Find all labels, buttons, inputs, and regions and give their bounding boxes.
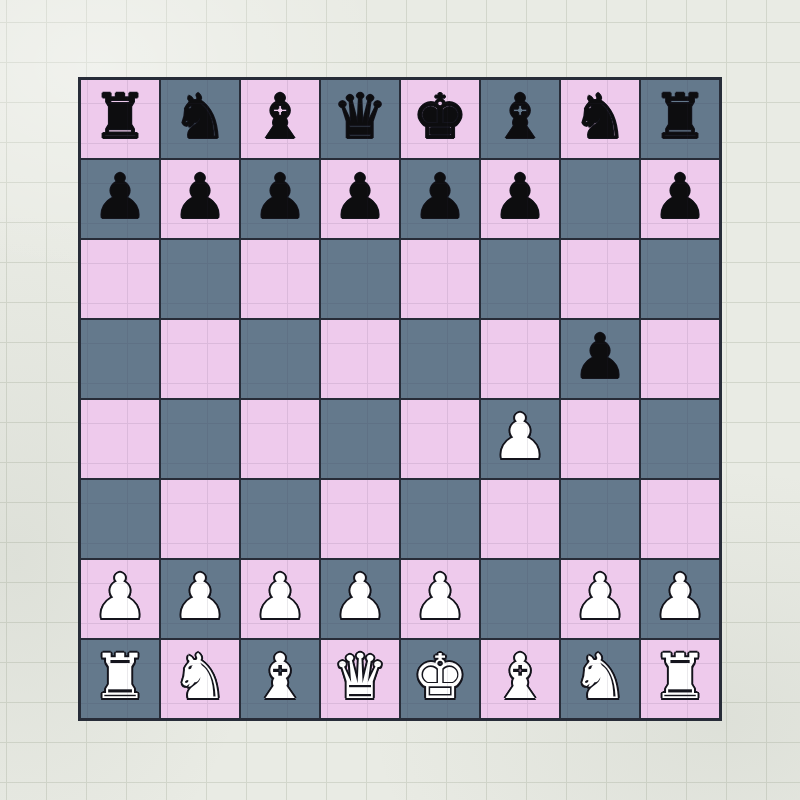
square-a5[interactable] xyxy=(81,320,159,398)
square-e4[interactable] xyxy=(401,400,479,478)
white-pawn-f4-icon[interactable]: ♟ xyxy=(492,406,548,468)
square-d4[interactable] xyxy=(321,400,399,478)
square-h5[interactable] xyxy=(641,320,719,398)
black-pawn-c7-icon[interactable]: ♟ xyxy=(252,166,308,228)
white-rook-h1-icon[interactable]: ♜ xyxy=(652,646,708,708)
square-b4[interactable] xyxy=(161,400,239,478)
square-g6[interactable] xyxy=(561,240,639,318)
square-g1[interactable]: ♞ xyxy=(561,640,639,718)
black-queen-d8-icon[interactable]: ♛ xyxy=(332,86,388,148)
square-c1[interactable]: ♝ xyxy=(241,640,319,718)
square-f6[interactable] xyxy=(481,240,559,318)
black-pawn-a7-icon[interactable]: ♟ xyxy=(92,166,148,228)
black-bishop-f8-icon[interactable]: ♝ xyxy=(492,86,548,148)
white-pawn-b2-icon[interactable]: ♟ xyxy=(172,566,228,628)
black-pawn-e7-icon[interactable]: ♟ xyxy=(412,166,468,228)
square-e6[interactable] xyxy=(401,240,479,318)
square-b2[interactable]: ♟ xyxy=(161,560,239,638)
white-pawn-h2-icon[interactable]: ♟ xyxy=(652,566,708,628)
white-bishop-c1-icon[interactable]: ♝ xyxy=(252,646,308,708)
square-a3[interactable] xyxy=(81,480,159,558)
white-bishop-f1-icon[interactable]: ♝ xyxy=(492,646,548,708)
square-e5[interactable] xyxy=(401,320,479,398)
square-a1[interactable]: ♜ xyxy=(81,640,159,718)
square-f8[interactable]: ♝ xyxy=(481,80,559,158)
square-h2[interactable]: ♟ xyxy=(641,560,719,638)
square-f4[interactable]: ♟ xyxy=(481,400,559,478)
square-f5[interactable] xyxy=(481,320,559,398)
white-rook-a1-icon[interactable]: ♜ xyxy=(92,646,148,708)
square-b6[interactable] xyxy=(161,240,239,318)
square-a8[interactable]: ♜ xyxy=(81,80,159,158)
black-bishop-c8-icon[interactable]: ♝ xyxy=(252,86,308,148)
square-b1[interactable]: ♞ xyxy=(161,640,239,718)
square-h6[interactable] xyxy=(641,240,719,318)
black-pawn-d7-icon[interactable]: ♟ xyxy=(332,166,388,228)
square-f1[interactable]: ♝ xyxy=(481,640,559,718)
white-king-e1-icon[interactable]: ♚ xyxy=(412,646,468,708)
square-g2[interactable]: ♟ xyxy=(561,560,639,638)
black-pawn-h7-icon[interactable]: ♟ xyxy=(652,166,708,228)
square-d8[interactable]: ♛ xyxy=(321,80,399,158)
square-g5[interactable]: ♟ xyxy=(561,320,639,398)
black-rook-h8-icon[interactable]: ♜ xyxy=(652,86,708,148)
square-b7[interactable]: ♟ xyxy=(161,160,239,238)
white-knight-g1-icon[interactable]: ♞ xyxy=(572,646,628,708)
black-knight-g8-icon[interactable]: ♞ xyxy=(572,86,628,148)
square-b3[interactable] xyxy=(161,480,239,558)
black-king-e8-icon[interactable]: ♚ xyxy=(412,86,468,148)
square-h7[interactable]: ♟ xyxy=(641,160,719,238)
square-a7[interactable]: ♟ xyxy=(81,160,159,238)
square-e3[interactable] xyxy=(401,480,479,558)
square-d3[interactable] xyxy=(321,480,399,558)
black-pawn-f7-icon[interactable]: ♟ xyxy=(492,166,548,228)
square-c4[interactable] xyxy=(241,400,319,478)
square-c8[interactable]: ♝ xyxy=(241,80,319,158)
black-knight-b8-icon[interactable]: ♞ xyxy=(172,86,228,148)
square-h8[interactable]: ♜ xyxy=(641,80,719,158)
square-e2[interactable]: ♟ xyxy=(401,560,479,638)
graph-paper-background: { "game": "chess", "position": { "fen": … xyxy=(0,0,800,800)
square-f2[interactable] xyxy=(481,560,559,638)
square-f7[interactable]: ♟ xyxy=(481,160,559,238)
white-knight-b1-icon[interactable]: ♞ xyxy=(172,646,228,708)
square-g7[interactable] xyxy=(561,160,639,238)
square-h3[interactable] xyxy=(641,480,719,558)
square-a2[interactable]: ♟ xyxy=(81,560,159,638)
square-c3[interactable] xyxy=(241,480,319,558)
square-g3[interactable] xyxy=(561,480,639,558)
square-h1[interactable]: ♜ xyxy=(641,640,719,718)
square-d6[interactable] xyxy=(321,240,399,318)
square-g4[interactable] xyxy=(561,400,639,478)
square-e8[interactable]: ♚ xyxy=(401,80,479,158)
square-e7[interactable]: ♟ xyxy=(401,160,479,238)
white-pawn-d2-icon[interactable]: ♟ xyxy=(332,566,388,628)
square-a4[interactable] xyxy=(81,400,159,478)
square-d1[interactable]: ♛ xyxy=(321,640,399,718)
square-b8[interactable]: ♞ xyxy=(161,80,239,158)
square-d2[interactable]: ♟ xyxy=(321,560,399,638)
white-pawn-g2-icon[interactable]: ♟ xyxy=(572,566,628,628)
black-rook-a8-icon[interactable]: ♜ xyxy=(92,86,148,148)
square-c6[interactable] xyxy=(241,240,319,318)
white-pawn-e2-icon[interactable]: ♟ xyxy=(412,566,468,628)
square-e1[interactable]: ♚ xyxy=(401,640,479,718)
white-pawn-a2-icon[interactable]: ♟ xyxy=(92,566,148,628)
square-f3[interactable] xyxy=(481,480,559,558)
square-d5[interactable] xyxy=(321,320,399,398)
square-c5[interactable] xyxy=(241,320,319,398)
square-d7[interactable]: ♟ xyxy=(321,160,399,238)
square-c2[interactable]: ♟ xyxy=(241,560,319,638)
square-g8[interactable]: ♞ xyxy=(561,80,639,158)
square-h4[interactable] xyxy=(641,400,719,478)
black-pawn-g5-icon[interactable]: ♟ xyxy=(572,326,628,388)
black-pawn-b7-icon[interactable]: ♟ xyxy=(172,166,228,228)
square-c7[interactable]: ♟ xyxy=(241,160,319,238)
chess-board: ♜♞♝♛♚♝♞♜♟♟♟♟♟♟♟♟♟♟♟♟♟♟♟♟♜♞♝♛♚♝♞♜ xyxy=(78,77,722,721)
square-b5[interactable] xyxy=(161,320,239,398)
white-queen-d1-icon[interactable]: ♛ xyxy=(332,646,388,708)
square-a6[interactable] xyxy=(81,240,159,318)
white-pawn-c2-icon[interactable]: ♟ xyxy=(252,566,308,628)
